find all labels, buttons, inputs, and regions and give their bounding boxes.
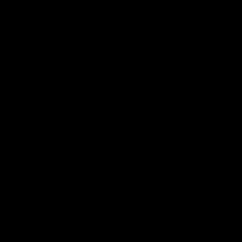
chess-board bbox=[0, 0, 242, 242]
